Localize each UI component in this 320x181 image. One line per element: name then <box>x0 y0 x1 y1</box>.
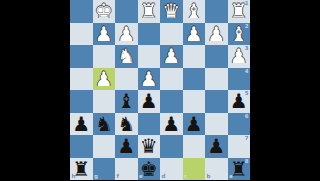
square-f5[interactable]: ♝ <box>115 90 138 113</box>
square-a2[interactable]: ♝2 <box>228 23 251 46</box>
rank-label-6: 6 <box>245 114 249 120</box>
rank-label-5: 5 <box>245 91 249 97</box>
black-pawn: ♟ <box>117 136 135 156</box>
square-d3[interactable]: ♟ <box>160 45 183 68</box>
square-e6[interactable] <box>138 113 161 136</box>
square-g1[interactable]: ♚ <box>93 0 116 23</box>
square-d5[interactable] <box>160 90 183 113</box>
square-c6[interactable]: ♟ <box>183 113 206 136</box>
square-c8[interactable]: c <box>183 158 206 181</box>
square-e7[interactable]: ♛ <box>138 135 161 158</box>
square-c4[interactable] <box>183 68 206 91</box>
square-e1[interactable]: ♜ <box>138 0 161 23</box>
square-g3[interactable] <box>93 45 116 68</box>
square-f3[interactable]: ♞ <box>115 45 138 68</box>
square-h6[interactable]: ♟ <box>70 113 93 136</box>
square-a4[interactable]: 4 <box>228 68 251 91</box>
square-h5[interactable] <box>70 90 93 113</box>
black-pawn: ♟ <box>72 113 90 133</box>
rank-label-1: 1 <box>245 1 249 7</box>
white-knight: ♞ <box>117 46 135 66</box>
rank-label-7: 7 <box>245 136 249 142</box>
square-c7[interactable] <box>183 135 206 158</box>
white-king: ♚ <box>95 1 113 21</box>
square-d8[interactable]: d <box>160 158 183 181</box>
square-c3[interactable] <box>183 45 206 68</box>
square-b4[interactable] <box>205 68 228 91</box>
square-h2[interactable] <box>70 23 93 46</box>
file-label-h: h <box>72 174 76 180</box>
rank-label-3: 3 <box>245 46 249 52</box>
white-pawn: ♟ <box>140 68 158 88</box>
square-d7[interactable] <box>160 135 183 158</box>
square-b7[interactable]: ♟ <box>205 135 228 158</box>
square-f1[interactable] <box>115 0 138 23</box>
black-knight: ♞ <box>95 113 113 133</box>
white-pawn: ♟ <box>162 46 180 66</box>
square-f4[interactable] <box>115 68 138 91</box>
square-a6[interactable]: 6 <box>228 113 251 136</box>
black-pawn: ♟ <box>140 91 158 111</box>
white-pawn: ♟ <box>117 23 135 43</box>
file-label-e: e <box>139 174 143 180</box>
file-label-f: f <box>117 174 119 180</box>
square-g7[interactable] <box>93 135 116 158</box>
rank-label-8: 8 <box>245 159 249 165</box>
square-b2[interactable]: ♟ <box>205 23 228 46</box>
square-h4[interactable] <box>70 68 93 91</box>
square-b8[interactable]: b <box>205 158 228 181</box>
white-queen: ♛ <box>162 1 180 21</box>
square-d4[interactable] <box>160 68 183 91</box>
square-d2[interactable] <box>160 23 183 46</box>
square-e5[interactable]: ♟ <box>138 90 161 113</box>
square-a7[interactable]: 7 <box>228 135 251 158</box>
square-f2[interactable]: ♟ <box>115 23 138 46</box>
square-g2[interactable]: ♟ <box>93 23 116 46</box>
square-b3[interactable] <box>205 45 228 68</box>
file-label-c: c <box>184 174 187 180</box>
black-pawn: ♟ <box>185 113 203 133</box>
file-label-a: a <box>229 174 233 180</box>
black-pawn: ♟ <box>207 136 225 156</box>
square-e2[interactable] <box>138 23 161 46</box>
square-b1[interactable] <box>205 0 228 23</box>
square-b5[interactable] <box>205 90 228 113</box>
square-e8[interactable]: ♚e <box>138 158 161 181</box>
square-h3[interactable] <box>70 45 93 68</box>
square-a5[interactable]: ♟5 <box>228 90 251 113</box>
video-frame: ♚♜♛♝♜1♟♟♟♟♝2♞♟♟3♟♟4♝♟♟5♟♞♞♟♟6♟♛♟7♜hgf♚ed… <box>0 0 320 180</box>
white-pawn: ♟ <box>185 23 203 43</box>
square-g6[interactable]: ♞ <box>93 113 116 136</box>
square-c1[interactable]: ♝ <box>183 0 206 23</box>
square-f6[interactable]: ♞ <box>115 113 138 136</box>
square-c5[interactable] <box>183 90 206 113</box>
square-h8[interactable]: ♜h <box>70 158 93 181</box>
square-a8[interactable]: ♜8a <box>228 158 251 181</box>
black-knight: ♞ <box>117 113 135 133</box>
white-pawn: ♟ <box>207 23 225 43</box>
square-e3[interactable] <box>138 45 161 68</box>
square-f7[interactable]: ♟ <box>115 135 138 158</box>
chess-board: ♚♜♛♝♜1♟♟♟♟♝2♞♟♟3♟♟4♝♟♟5♟♞♞♟♟6♟♛♟7♜hgf♚ed… <box>70 0 250 180</box>
white-pawn: ♟ <box>95 68 113 88</box>
square-c2[interactable]: ♟ <box>183 23 206 46</box>
square-d1[interactable]: ♛ <box>160 0 183 23</box>
square-h7[interactable] <box>70 135 93 158</box>
file-label-g: g <box>94 174 98 180</box>
square-e4[interactable]: ♟ <box>138 68 161 91</box>
black-pawn: ♟ <box>162 113 180 133</box>
square-b6[interactable] <box>205 113 228 136</box>
square-g5[interactable] <box>93 90 116 113</box>
file-label-b: b <box>207 174 211 180</box>
square-d6[interactable]: ♟ <box>160 113 183 136</box>
black-queen: ♛ <box>140 136 158 156</box>
square-f8[interactable]: f <box>115 158 138 181</box>
white-pawn: ♟ <box>95 23 113 43</box>
white-bishop: ♝ <box>185 1 203 21</box>
rank-label-2: 2 <box>245 24 249 30</box>
white-rook: ♜ <box>140 1 158 21</box>
square-h1[interactable] <box>70 0 93 23</box>
file-label-d: d <box>162 174 166 180</box>
square-a1[interactable]: ♜1 <box>228 0 251 23</box>
square-g8[interactable]: g <box>93 158 116 181</box>
square-g4[interactable]: ♟ <box>93 68 116 91</box>
rank-label-4: 4 <box>245 69 249 75</box>
black-bishop: ♝ <box>117 91 135 111</box>
square-a3[interactable]: ♟3 <box>228 45 251 68</box>
